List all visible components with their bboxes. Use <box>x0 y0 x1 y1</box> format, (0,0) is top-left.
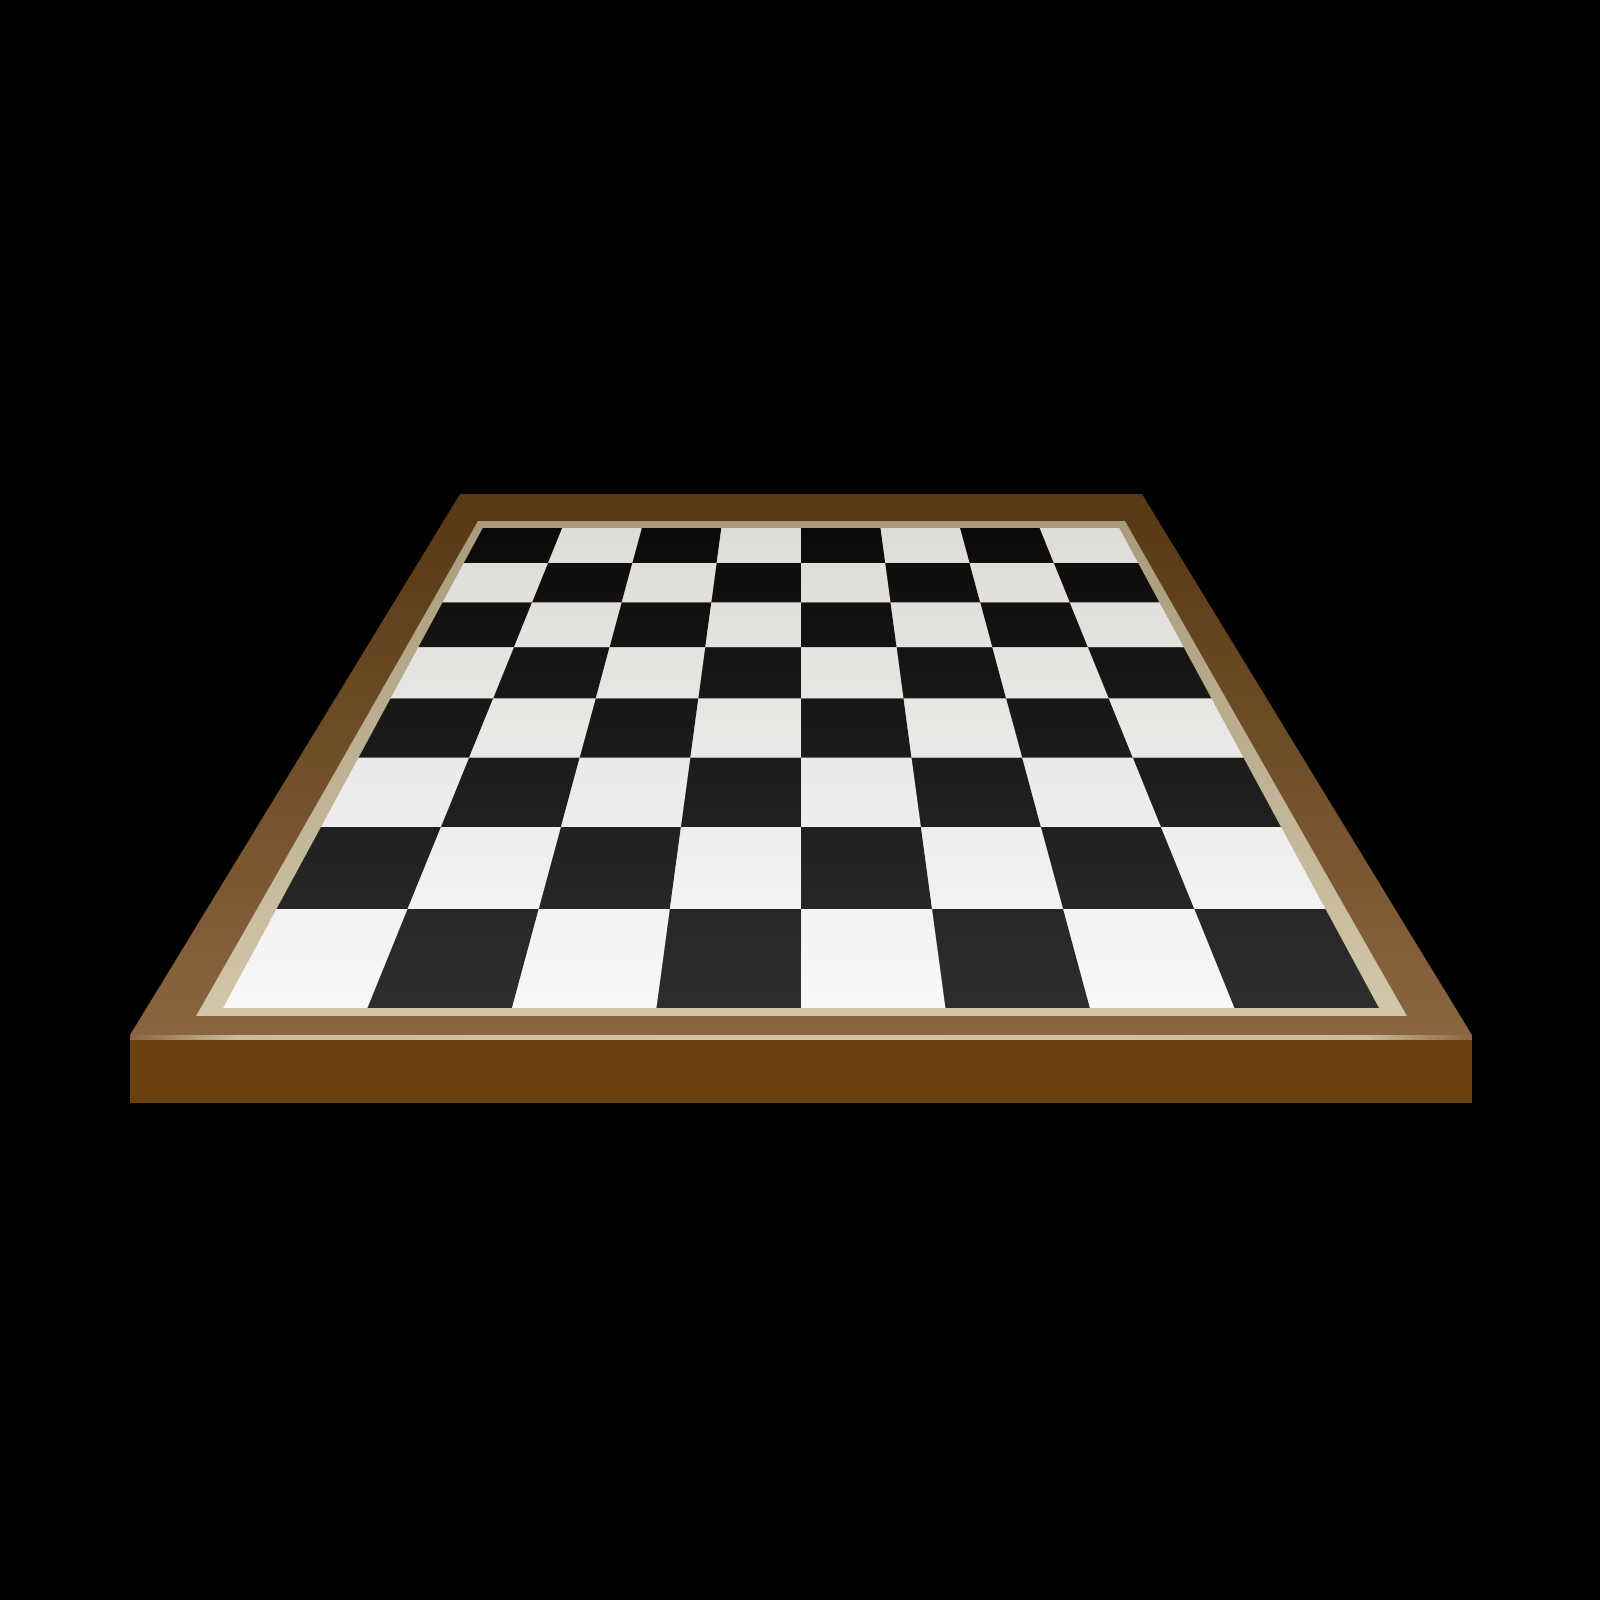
square-d6[interactable] <box>705 602 801 647</box>
square-d5[interactable] <box>698 647 801 698</box>
board-side-face <box>130 1040 1472 1103</box>
square-c8[interactable] <box>632 528 721 563</box>
square-c6[interactable] <box>610 602 712 647</box>
square-c7[interactable] <box>622 563 717 602</box>
square-d4[interactable] <box>690 698 801 757</box>
square-c5[interactable] <box>596 647 706 698</box>
square-f1[interactable] <box>932 909 1090 1008</box>
square-d8[interactable] <box>717 528 801 563</box>
square-d1[interactable] <box>657 909 802 1008</box>
square-b8[interactable] <box>548 528 642 563</box>
square-c4[interactable] <box>580 698 699 757</box>
square-e5[interactable] <box>801 647 904 698</box>
square-e2[interactable] <box>801 827 932 909</box>
square-e4[interactable] <box>801 698 912 757</box>
square-c1[interactable] <box>512 909 670 1008</box>
square-c3[interactable] <box>561 758 690 827</box>
square-e3[interactable] <box>801 758 921 827</box>
scene <box>0 0 1600 1600</box>
square-e1[interactable] <box>801 909 946 1008</box>
frame-edge-highlight <box>130 1035 1472 1040</box>
square-g8[interactable] <box>960 528 1054 563</box>
square-d7[interactable] <box>711 563 801 602</box>
square-d2[interactable] <box>670 827 801 909</box>
square-f6[interactable] <box>891 602 993 647</box>
square-g7[interactable] <box>970 563 1070 602</box>
square-b7[interactable] <box>532 563 632 602</box>
square-f8[interactable] <box>881 528 970 563</box>
square-b6[interactable] <box>514 602 622 647</box>
square-f2[interactable] <box>921 827 1063 909</box>
square-e7[interactable] <box>801 563 891 602</box>
chessboard <box>0 0 1600 1600</box>
square-f5[interactable] <box>897 647 1007 698</box>
square-d3[interactable] <box>681 758 801 827</box>
square-g6[interactable] <box>980 602 1088 647</box>
square-e6[interactable] <box>801 602 897 647</box>
square-f3[interactable] <box>912 758 1041 827</box>
square-f4[interactable] <box>904 698 1023 757</box>
square-f7[interactable] <box>885 563 980 602</box>
square-c2[interactable] <box>539 827 681 909</box>
square-e8[interactable] <box>801 528 885 563</box>
